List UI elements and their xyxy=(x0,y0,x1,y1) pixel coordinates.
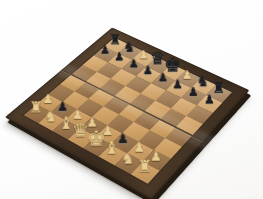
white-pawn-f8[interactable]: ♟ xyxy=(182,69,192,81)
white-knight-g1[interactable]: ♞ xyxy=(121,151,135,166)
chess-set-scene: ♜♞♟♛♚♟♞♜♟♟♟♟♟♟♟♟♟♟♟♟♟♟♟♟♜♞♝♛♚♝♞♜ xyxy=(0,0,263,199)
white-pawn-c8[interactable]: ♟ xyxy=(138,49,148,60)
chess-board: ♜♞♟♛♚♟♞♜♟♟♟♟♟♟♟♟♟♟♟♟♟♟♟♟♜♞♝♛♚♝♞♜ xyxy=(5,28,250,199)
black-knight-b8[interactable]: ♞ xyxy=(123,41,135,54)
white-bishop-c1[interactable]: ♝ xyxy=(58,115,73,132)
black-pawn-e7[interactable]: ♟ xyxy=(157,72,167,84)
black-pawn-b2[interactable]: ♟ xyxy=(57,100,68,112)
white-pawn-a2[interactable]: ♟ xyxy=(43,93,54,105)
black-pawn-f7[interactable]: ♟ xyxy=(172,79,183,91)
black-pawn-g7[interactable]: ♟ xyxy=(188,86,199,98)
white-rook-a1[interactable]: ♜ xyxy=(29,101,43,116)
board-squares: ♜♞♟♛♚♟♞♜♟♟♟♟♟♟♟♟♟♟♟♟♟♟♟♟♜♞♝♛♚♝♞♜ xyxy=(24,38,232,184)
black-pawn-d7[interactable]: ♟ xyxy=(143,65,153,77)
white-rook-h1[interactable]: ♜ xyxy=(137,159,152,175)
photo-background: ♜♞♟♛♚♟♞♜♟♟♟♟♟♟♟♟♟♟♟♟♟♟♟♟♜♞♝♛♚♝♞♜ xyxy=(0,0,263,199)
black-pawn-f2[interactable]: ♟ xyxy=(118,132,129,145)
black-rook-a8[interactable]: ♜ xyxy=(109,33,121,47)
white-king-e1[interactable]: ♚ xyxy=(86,128,105,149)
white-pawn-g2[interactable]: ♟ xyxy=(134,141,145,154)
white-knight-b1[interactable]: ♞ xyxy=(44,109,57,123)
white-bishop-f1[interactable]: ♝ xyxy=(104,140,119,157)
black-pawn-a7[interactable]: ♟ xyxy=(100,45,110,56)
black-pawn-c7[interactable]: ♟ xyxy=(128,58,138,69)
black-pawn-b7[interactable]: ♟ xyxy=(114,51,124,62)
black-pawn-h7[interactable]: ♟ xyxy=(203,94,214,106)
